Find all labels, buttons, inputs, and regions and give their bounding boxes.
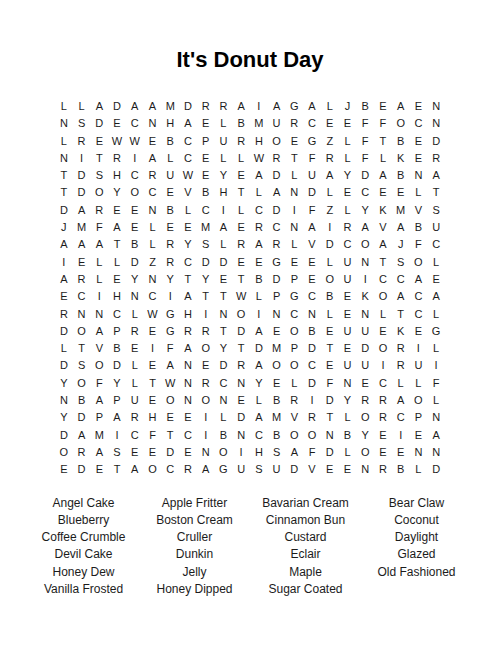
grid-cell[interactable]: C	[410, 115, 428, 132]
grid-cell[interactable]: P	[285, 271, 303, 288]
grid-cell[interactable]: P	[108, 323, 126, 340]
grid-cell[interactable]: C	[126, 115, 144, 132]
grid-cell[interactable]: N	[179, 357, 197, 374]
grid-cell[interactable]: L	[161, 150, 179, 167]
grid-cell[interactable]: D	[73, 167, 91, 184]
grid-cell[interactable]: T	[108, 461, 126, 478]
grid-cell[interactable]: C	[108, 306, 126, 323]
grid-cell[interactable]: E	[339, 306, 357, 323]
grid-cell[interactable]: C	[144, 184, 162, 201]
grid-cell[interactable]: N	[410, 444, 428, 461]
grid-cell[interactable]: D	[356, 340, 374, 357]
grid-cell[interactable]: L	[215, 236, 233, 253]
grid-cell[interactable]: G	[161, 306, 179, 323]
grid-cell[interactable]: C	[197, 202, 215, 219]
grid-cell[interactable]: L	[126, 357, 144, 374]
grid-cell[interactable]: L	[55, 133, 73, 150]
grid-cell[interactable]: A	[144, 98, 162, 115]
grid-cell[interactable]: T	[374, 133, 392, 150]
grid-cell[interactable]: E	[374, 323, 392, 340]
grid-cell[interactable]: C	[126, 427, 144, 444]
grid-cell[interactable]: T	[90, 150, 108, 167]
grid-cell[interactable]: R	[268, 150, 286, 167]
grid-cell[interactable]: C	[179, 150, 197, 167]
grid-cell[interactable]: E	[126, 444, 144, 461]
grid-cell[interactable]: Y	[108, 184, 126, 201]
grid-cell[interactable]: R	[374, 409, 392, 426]
grid-cell[interactable]: A	[55, 271, 73, 288]
grid-cell[interactable]: V	[303, 461, 321, 478]
grid-cell[interactable]: C	[303, 288, 321, 305]
grid-cell[interactable]: E	[197, 167, 215, 184]
grid-cell[interactable]: T	[321, 409, 339, 426]
grid-cell[interactable]: L	[126, 306, 144, 323]
grid-cell[interactable]: H	[250, 133, 268, 150]
grid-cell[interactable]: S	[392, 254, 410, 271]
grid-cell[interactable]: G	[215, 461, 233, 478]
grid-cell[interactable]: R	[215, 98, 233, 115]
grid-cell[interactable]: A	[374, 167, 392, 184]
grid-cell[interactable]: N	[126, 288, 144, 305]
grid-cell[interactable]: E	[232, 392, 250, 409]
grid-cell[interactable]: A	[303, 219, 321, 236]
grid-cell[interactable]: A	[410, 271, 428, 288]
grid-cell[interactable]: I	[250, 98, 268, 115]
grid-cell[interactable]: L	[339, 133, 357, 150]
grid-cell[interactable]: I	[410, 340, 428, 357]
grid-cell[interactable]: D	[356, 167, 374, 184]
grid-cell[interactable]: T	[232, 340, 250, 357]
grid-cell[interactable]: U	[161, 167, 179, 184]
grid-cell[interactable]: A	[90, 98, 108, 115]
grid-cell[interactable]: N	[356, 306, 374, 323]
grid-cell[interactable]: Y	[197, 271, 215, 288]
grid-cell[interactable]: V	[303, 236, 321, 253]
grid-cell[interactable]: T	[374, 254, 392, 271]
grid-cell[interactable]: U	[410, 357, 428, 374]
grid-cell[interactable]: E	[144, 357, 162, 374]
grid-cell[interactable]: U	[303, 167, 321, 184]
grid-cell[interactable]: O	[410, 392, 428, 409]
grid-cell[interactable]: L	[339, 444, 357, 461]
grid-cell[interactable]: R	[374, 392, 392, 409]
grid-cell[interactable]: T	[392, 306, 410, 323]
grid-cell[interactable]: R	[144, 167, 162, 184]
grid-cell[interactable]: G	[161, 323, 179, 340]
grid-cell[interactable]: R	[392, 340, 410, 357]
grid-cell[interactable]: I	[427, 357, 445, 374]
grid-cell[interactable]: T	[144, 375, 162, 392]
grid-cell[interactable]: E	[161, 184, 179, 201]
grid-cell[interactable]: E	[321, 323, 339, 340]
grid-cell[interactable]: E	[339, 115, 357, 132]
grid-cell[interactable]: E	[339, 288, 357, 305]
grid-cell[interactable]: O	[374, 288, 392, 305]
grid-cell[interactable]: E	[179, 219, 197, 236]
grid-cell[interactable]: Y	[55, 409, 73, 426]
grid-cell[interactable]: R	[374, 461, 392, 478]
grid-cell[interactable]: L	[55, 340, 73, 357]
grid-cell[interactable]: I	[108, 427, 126, 444]
grid-cell[interactable]: P	[285, 340, 303, 357]
grid-cell[interactable]: T	[427, 184, 445, 201]
grid-cell[interactable]: E	[250, 254, 268, 271]
grid-cell[interactable]: S	[73, 357, 91, 374]
grid-cell[interactable]: E	[215, 271, 233, 288]
grid-cell[interactable]: B	[250, 271, 268, 288]
grid-cell[interactable]: D	[232, 409, 250, 426]
grid-cell[interactable]: Y	[179, 236, 197, 253]
grid-cell[interactable]: H	[144, 409, 162, 426]
grid-cell[interactable]: H	[250, 444, 268, 461]
grid-cell[interactable]: E	[321, 115, 339, 132]
grid-cell[interactable]: I	[73, 150, 91, 167]
grid-cell[interactable]: E	[374, 184, 392, 201]
grid-cell[interactable]: F	[356, 115, 374, 132]
grid-cell[interactable]: E	[90, 461, 108, 478]
grid-cell[interactable]: M	[250, 115, 268, 132]
grid-cell[interactable]: A	[215, 219, 233, 236]
grid-cell[interactable]: B	[339, 427, 357, 444]
grid-cell[interactable]: I	[303, 392, 321, 409]
grid-cell[interactable]: A	[179, 340, 197, 357]
grid-cell[interactable]: O	[197, 340, 215, 357]
grid-cell[interactable]: Y	[215, 340, 233, 357]
grid-cell[interactable]: R	[303, 409, 321, 426]
grid-cell[interactable]: V	[285, 409, 303, 426]
grid-cell[interactable]: R	[197, 323, 215, 340]
grid-cell[interactable]: F	[90, 375, 108, 392]
grid-cell[interactable]: T	[73, 340, 91, 357]
grid-cell[interactable]: E	[303, 271, 321, 288]
grid-cell[interactable]: A	[268, 184, 286, 201]
grid-cell[interactable]: F	[321, 375, 339, 392]
grid-cell[interactable]: O	[285, 323, 303, 340]
grid-cell[interactable]: B	[126, 236, 144, 253]
grid-cell[interactable]: E	[126, 340, 144, 357]
grid-cell[interactable]: G	[427, 323, 445, 340]
grid-cell[interactable]: N	[356, 461, 374, 478]
grid-cell[interactable]: K	[392, 323, 410, 340]
grid-cell[interactable]: I	[126, 150, 144, 167]
grid-cell[interactable]: T	[55, 184, 73, 201]
grid-cell[interactable]: F	[144, 427, 162, 444]
grid-cell[interactable]: A	[126, 461, 144, 478]
grid-cell[interactable]: A	[90, 444, 108, 461]
grid-cell[interactable]: I	[232, 444, 250, 461]
grid-cell[interactable]: O	[90, 357, 108, 374]
grid-cell[interactable]: B	[303, 323, 321, 340]
grid-cell[interactable]: A	[392, 392, 410, 409]
grid-cell[interactable]: C	[250, 427, 268, 444]
grid-cell[interactable]: R	[321, 150, 339, 167]
grid-cell[interactable]: R	[126, 409, 144, 426]
grid-cell[interactable]: D	[90, 115, 108, 132]
grid-cell[interactable]: A	[427, 167, 445, 184]
grid-cell[interactable]: B	[73, 392, 91, 409]
grid-cell[interactable]: E	[179, 444, 197, 461]
grid-cell[interactable]: G	[285, 98, 303, 115]
grid-cell[interactable]: L	[427, 306, 445, 323]
grid-cell[interactable]: O	[285, 427, 303, 444]
grid-cell[interactable]: L	[321, 254, 339, 271]
grid-cell[interactable]: E	[285, 254, 303, 271]
grid-cell[interactable]: E	[144, 133, 162, 150]
grid-cell[interactable]: M	[73, 219, 91, 236]
grid-cell[interactable]: V	[410, 202, 428, 219]
grid-cell[interactable]: B	[232, 115, 250, 132]
grid-cell[interactable]: B	[410, 219, 428, 236]
grid-cell[interactable]: Y	[250, 375, 268, 392]
grid-cell[interactable]: N	[215, 306, 233, 323]
grid-cell[interactable]: A	[90, 236, 108, 253]
grid-cell[interactable]: C	[161, 461, 179, 478]
grid-cell[interactable]: K	[392, 150, 410, 167]
grid-cell[interactable]: O	[215, 444, 233, 461]
grid-cell[interactable]: E	[268, 375, 286, 392]
grid-cell[interactable]: N	[427, 444, 445, 461]
grid-cell[interactable]: R	[250, 219, 268, 236]
grid-cell[interactable]: L	[339, 202, 357, 219]
grid-cell[interactable]: J	[55, 219, 73, 236]
grid-cell[interactable]: O	[144, 461, 162, 478]
grid-cell[interactable]: I	[161, 288, 179, 305]
grid-cell[interactable]: F	[303, 202, 321, 219]
grid-cell[interactable]: Y	[161, 271, 179, 288]
grid-cell[interactable]: D	[303, 340, 321, 357]
grid-cell[interactable]: L	[73, 98, 91, 115]
grid-cell[interactable]: J	[339, 98, 357, 115]
grid-cell[interactable]: V	[90, 340, 108, 357]
grid-cell[interactable]: E	[339, 461, 357, 478]
grid-cell[interactable]: C	[303, 357, 321, 374]
grid-cell[interactable]: A	[356, 219, 374, 236]
grid-cell[interactable]: C	[356, 184, 374, 201]
grid-cell[interactable]: Y	[215, 167, 233, 184]
grid-cell[interactable]: D	[427, 133, 445, 150]
grid-cell[interactable]: D	[215, 357, 233, 374]
grid-cell[interactable]: A	[55, 236, 73, 253]
grid-cell[interactable]: T	[321, 340, 339, 357]
grid-cell[interactable]: F	[303, 444, 321, 461]
grid-cell[interactable]: K	[374, 202, 392, 219]
grid-cell[interactable]: D	[55, 323, 73, 340]
grid-cell[interactable]: E	[410, 98, 428, 115]
grid-cell[interactable]: B	[356, 98, 374, 115]
grid-cell[interactable]: D	[321, 392, 339, 409]
grid-cell[interactable]: N	[55, 392, 73, 409]
grid-cell[interactable]: W	[250, 150, 268, 167]
grid-cell[interactable]: I	[356, 271, 374, 288]
grid-cell[interactable]: C	[374, 271, 392, 288]
grid-cell[interactable]: S	[197, 236, 215, 253]
grid-cell[interactable]: E	[285, 133, 303, 150]
grid-cell[interactable]: A	[250, 236, 268, 253]
grid-cell[interactable]: E	[126, 202, 144, 219]
grid-cell[interactable]: E	[410, 150, 428, 167]
grid-cell[interactable]: T	[285, 150, 303, 167]
grid-cell[interactable]: T	[161, 427, 179, 444]
grid-cell[interactable]: L	[250, 184, 268, 201]
grid-cell[interactable]: N	[427, 115, 445, 132]
grid-cell[interactable]: O	[356, 236, 374, 253]
grid-cell[interactable]: L	[285, 236, 303, 253]
grid-cell[interactable]: L	[250, 288, 268, 305]
grid-cell[interactable]: O	[161, 392, 179, 409]
grid-cell[interactable]: V	[179, 184, 197, 201]
grid-cell[interactable]: R	[339, 219, 357, 236]
grid-cell[interactable]: R	[427, 150, 445, 167]
grid-cell[interactable]: N	[215, 392, 233, 409]
grid-cell[interactable]: R	[356, 392, 374, 409]
grid-cell[interactable]: B	[108, 340, 126, 357]
grid-cell[interactable]: F	[303, 150, 321, 167]
grid-cell[interactable]: S	[427, 202, 445, 219]
grid-cell[interactable]: B	[161, 202, 179, 219]
grid-cell[interactable]: A	[392, 288, 410, 305]
grid-cell[interactable]: T	[55, 167, 73, 184]
grid-cell[interactable]: D	[215, 254, 233, 271]
grid-cell[interactable]: E	[73, 254, 91, 271]
grid-cell[interactable]: A	[161, 357, 179, 374]
grid-cell[interactable]: E	[232, 167, 250, 184]
grid-cell[interactable]: T	[197, 288, 215, 305]
grid-cell[interactable]: F	[356, 133, 374, 150]
grid-cell[interactable]: B	[321, 288, 339, 305]
grid-cell[interactable]: L	[108, 254, 126, 271]
grid-cell[interactable]: H	[179, 306, 197, 323]
grid-cell[interactable]: C	[392, 409, 410, 426]
grid-cell[interactable]: A	[73, 427, 91, 444]
grid-cell[interactable]: N	[285, 219, 303, 236]
grid-cell[interactable]: E	[321, 461, 339, 478]
grid-cell[interactable]: E	[90, 133, 108, 150]
grid-cell[interactable]: E	[392, 184, 410, 201]
grid-cell[interactable]: U	[268, 115, 286, 132]
grid-cell[interactable]: R	[161, 236, 179, 253]
grid-cell[interactable]: O	[268, 357, 286, 374]
grid-cell[interactable]: P	[410, 409, 428, 426]
grid-cell[interactable]: A	[268, 98, 286, 115]
grid-cell[interactable]: L	[339, 409, 357, 426]
grid-cell[interactable]: W	[232, 288, 250, 305]
grid-cell[interactable]: E	[374, 98, 392, 115]
grid-cell[interactable]: J	[392, 236, 410, 253]
grid-cell[interactable]: A	[73, 236, 91, 253]
grid-cell[interactable]: G	[303, 133, 321, 150]
grid-cell[interactable]: Y	[339, 392, 357, 409]
grid-cell[interactable]: N	[321, 427, 339, 444]
grid-cell[interactable]: T	[232, 271, 250, 288]
grid-cell[interactable]: L	[374, 306, 392, 323]
grid-cell[interactable]: O	[356, 409, 374, 426]
grid-cell[interactable]: C	[179, 133, 197, 150]
grid-cell[interactable]: E	[410, 427, 428, 444]
grid-cell[interactable]: U	[427, 219, 445, 236]
grid-cell[interactable]: C	[144, 288, 162, 305]
grid-cell[interactable]: T	[108, 236, 126, 253]
grid-cell[interactable]: L	[144, 236, 162, 253]
grid-cell[interactable]: F	[410, 236, 428, 253]
grid-cell[interactable]: F	[90, 219, 108, 236]
grid-cell[interactable]: B	[392, 167, 410, 184]
grid-cell[interactable]: R	[73, 444, 91, 461]
grid-cell[interactable]: A	[374, 236, 392, 253]
grid-cell[interactable]: D	[232, 323, 250, 340]
grid-cell[interactable]: E	[108, 271, 126, 288]
grid-cell[interactable]: O	[126, 184, 144, 201]
grid-cell[interactable]: L	[250, 392, 268, 409]
grid-cell[interactable]: D	[303, 375, 321, 392]
grid-cell[interactable]: I	[144, 340, 162, 357]
grid-cell[interactable]: A	[303, 98, 321, 115]
grid-cell[interactable]: E	[268, 323, 286, 340]
grid-cell[interactable]: D	[73, 461, 91, 478]
grid-cell[interactable]: O	[285, 357, 303, 374]
grid-cell[interactable]: E	[144, 392, 162, 409]
grid-cell[interactable]: W	[161, 375, 179, 392]
grid-cell[interactable]: O	[321, 271, 339, 288]
grid-cell[interactable]: N	[303, 306, 321, 323]
grid-cell[interactable]: E	[108, 115, 126, 132]
grid-cell[interactable]: N	[55, 150, 73, 167]
grid-cell[interactable]: L	[321, 184, 339, 201]
grid-cell[interactable]: I	[321, 219, 339, 236]
grid-cell[interactable]: M	[268, 340, 286, 357]
grid-cell[interactable]: D	[55, 427, 73, 444]
grid-cell[interactable]: E	[232, 254, 250, 271]
grid-cell[interactable]: L	[90, 254, 108, 271]
grid-cell[interactable]: E	[108, 202, 126, 219]
grid-cell[interactable]: C	[374, 375, 392, 392]
grid-cell[interactable]: E	[144, 444, 162, 461]
grid-cell[interactable]: N	[268, 306, 286, 323]
grid-cell[interactable]: L	[339, 150, 357, 167]
grid-cell[interactable]: A	[321, 167, 339, 184]
grid-cell[interactable]: W	[108, 133, 126, 150]
grid-cell[interactable]: L	[232, 150, 250, 167]
grid-cell[interactable]: C	[268, 219, 286, 236]
grid-cell[interactable]: I	[392, 427, 410, 444]
grid-cell[interactable]: O	[90, 184, 108, 201]
grid-cell[interactable]: H	[161, 115, 179, 132]
grid-cell[interactable]: U	[268, 461, 286, 478]
grid-cell[interactable]: O	[374, 340, 392, 357]
grid-cell[interactable]: M	[197, 219, 215, 236]
grid-cell[interactable]: E	[126, 219, 144, 236]
grid-cell[interactable]: C	[179, 254, 197, 271]
grid-cell[interactable]: C	[73, 288, 91, 305]
grid-cell[interactable]: E	[232, 219, 250, 236]
grid-cell[interactable]: R	[268, 236, 286, 253]
grid-cell[interactable]: T	[215, 288, 233, 305]
grid-cell[interactable]: B	[392, 133, 410, 150]
grid-cell[interactable]: H	[215, 184, 233, 201]
grid-cell[interactable]: M	[392, 202, 410, 219]
grid-cell[interactable]: W	[144, 306, 162, 323]
grid-cell[interactable]: E	[161, 409, 179, 426]
grid-cell[interactable]: D	[55, 357, 73, 374]
grid-cell[interactable]: E	[161, 219, 179, 236]
grid-cell[interactable]: L	[374, 150, 392, 167]
grid-cell[interactable]: L	[427, 340, 445, 357]
grid-cell[interactable]: E	[55, 461, 73, 478]
grid-cell[interactable]: E	[374, 444, 392, 461]
grid-cell[interactable]: E	[410, 133, 428, 150]
grid-cell[interactable]: N	[285, 184, 303, 201]
grid-cell[interactable]: C	[285, 306, 303, 323]
grid-cell[interactable]: R	[161, 254, 179, 271]
